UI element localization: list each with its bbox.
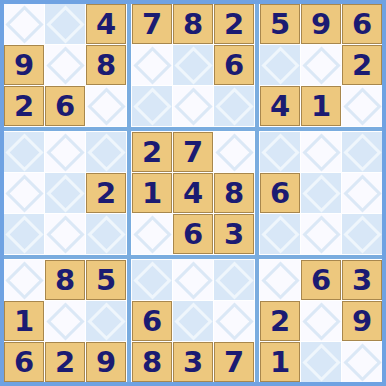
cell-r9c1: 6: [4, 342, 44, 382]
cell-r6c8[interactable]: [301, 214, 341, 254]
diamond-pattern-icon: [215, 302, 253, 340]
diamond-pattern-icon: [46, 133, 84, 171]
cell-r1c5: 8: [173, 4, 213, 44]
cell-r4c7[interactable]: [260, 132, 300, 172]
sudoku-board: 478259698622641272148663856316296298371: [0, 0, 386, 386]
cell-r5c3: 2: [86, 173, 126, 213]
diamond-pattern-icon: [343, 215, 381, 253]
cell-r3c7: 4: [260, 86, 300, 126]
cell-r5c8[interactable]: [301, 173, 341, 213]
diamond-pattern-icon: [261, 46, 299, 84]
diamond-pattern-icon: [87, 302, 125, 340]
cell-r2c1: 9: [4, 45, 44, 85]
cell-r1c8: 9: [301, 4, 341, 44]
cell-r7c1[interactable]: [4, 260, 44, 300]
diamond-pattern-icon: [133, 46, 171, 84]
cell-r3c3[interactable]: [86, 86, 126, 126]
diamond-pattern-icon: [87, 133, 125, 171]
cell-r9c6: 7: [214, 342, 254, 382]
diamond-pattern-icon: [133, 87, 171, 125]
cell-r9c7: 1: [260, 342, 300, 382]
cell-r9c9[interactable]: [342, 342, 382, 382]
diamond-pattern-icon: [46, 5, 84, 43]
diamond-pattern-icon: [133, 215, 171, 253]
cell-r2c3: 8: [86, 45, 126, 85]
cell-r4c2[interactable]: [45, 132, 85, 172]
diamond-pattern-icon: [343, 133, 381, 171]
diamond-pattern-icon: [87, 215, 125, 253]
cell-r2c8[interactable]: [301, 45, 341, 85]
cell-r7c7[interactable]: [260, 260, 300, 300]
cell-r6c3[interactable]: [86, 214, 126, 254]
cell-r2c6: 6: [214, 45, 254, 85]
cell-r4c4: 2: [132, 132, 172, 172]
cell-r5c4: 1: [132, 173, 172, 213]
cell-r9c4: 8: [132, 342, 172, 382]
cell-r7c5[interactable]: [173, 260, 213, 300]
cell-r4c3[interactable]: [86, 132, 126, 172]
cell-r2c2[interactable]: [45, 45, 85, 85]
diamond-pattern-icon: [302, 133, 340, 171]
cell-r8c9: 9: [342, 301, 382, 341]
cell-r8c6[interactable]: [214, 301, 254, 341]
diamond-pattern-icon: [215, 133, 253, 171]
box-separator-vertical-1: [127, 4, 131, 382]
cell-r3c2: 6: [45, 86, 85, 126]
cell-r7c4[interactable]: [132, 260, 172, 300]
cell-r5c5: 4: [173, 173, 213, 213]
cell-r8c7: 2: [260, 301, 300, 341]
cell-r7c9: 3: [342, 260, 382, 300]
box-separator-horizontal-2: [4, 255, 382, 259]
cell-r3c8: 1: [301, 86, 341, 126]
diamond-pattern-icon: [46, 46, 84, 84]
cell-r7c8: 6: [301, 260, 341, 300]
cell-r4c1[interactable]: [4, 132, 44, 172]
cell-r8c4: 6: [132, 301, 172, 341]
diamond-pattern-icon: [302, 343, 340, 381]
diamond-pattern-icon: [343, 174, 381, 212]
cell-r1c9: 6: [342, 4, 382, 44]
diamond-pattern-icon: [174, 87, 212, 125]
cell-r3c6[interactable]: [214, 86, 254, 126]
cell-r3c1: 2: [4, 86, 44, 126]
cell-r5c9[interactable]: [342, 173, 382, 213]
cell-r5c2[interactable]: [45, 173, 85, 213]
diamond-pattern-icon: [174, 46, 212, 84]
cell-r1c2[interactable]: [45, 4, 85, 44]
cell-r2c5[interactable]: [173, 45, 213, 85]
cell-r6c2[interactable]: [45, 214, 85, 254]
diamond-pattern-icon: [302, 46, 340, 84]
cell-r6c1[interactable]: [4, 214, 44, 254]
cell-r6c9[interactable]: [342, 214, 382, 254]
diamond-pattern-icon: [46, 215, 84, 253]
cell-r5c7: 6: [260, 173, 300, 213]
cell-r9c8[interactable]: [301, 342, 341, 382]
cell-r6c7[interactable]: [260, 214, 300, 254]
cell-r6c4[interactable]: [132, 214, 172, 254]
diamond-pattern-icon: [261, 261, 299, 299]
cell-r4c8[interactable]: [301, 132, 341, 172]
cell-r7c6[interactable]: [214, 260, 254, 300]
diamond-pattern-icon: [5, 5, 43, 43]
cell-r6c6: 3: [214, 214, 254, 254]
cell-r4c9[interactable]: [342, 132, 382, 172]
diamond-pattern-icon: [302, 174, 340, 212]
cell-r6c5: 6: [173, 214, 213, 254]
diamond-pattern-icon: [174, 261, 212, 299]
cell-r2c9: 2: [342, 45, 382, 85]
diamond-pattern-icon: [46, 174, 84, 212]
diamond-pattern-icon: [174, 302, 212, 340]
cell-r7c2: 8: [45, 260, 85, 300]
diamond-pattern-icon: [261, 133, 299, 171]
cell-r1c7: 5: [260, 4, 300, 44]
cell-r8c1: 1: [4, 301, 44, 341]
cell-r1c1[interactable]: [4, 4, 44, 44]
cell-r2c7[interactable]: [260, 45, 300, 85]
diamond-pattern-icon: [215, 87, 253, 125]
diamond-pattern-icon: [343, 343, 381, 381]
diamond-pattern-icon: [5, 261, 43, 299]
diamond-pattern-icon: [302, 302, 340, 340]
box-separator-vertical-2: [255, 4, 259, 382]
cell-r9c3: 9: [86, 342, 126, 382]
diamond-pattern-icon: [215, 261, 253, 299]
diamond-pattern-icon: [5, 133, 43, 171]
cell-r5c1[interactable]: [4, 173, 44, 213]
cell-r3c4[interactable]: [132, 86, 172, 126]
cell-r1c4: 7: [132, 4, 172, 44]
cell-r7c3: 5: [86, 260, 126, 300]
diamond-pattern-icon: [302, 215, 340, 253]
cell-r1c6: 2: [214, 4, 254, 44]
diamond-pattern-icon: [133, 261, 171, 299]
cell-r3c9[interactable]: [342, 86, 382, 126]
diamond-pattern-icon: [46, 302, 84, 340]
cell-r4c6[interactable]: [214, 132, 254, 172]
diamond-pattern-icon: [261, 215, 299, 253]
cell-r8c8[interactable]: [301, 301, 341, 341]
diamond-pattern-icon: [87, 87, 125, 125]
cell-r1c3: 4: [86, 4, 126, 44]
cell-r5c6: 8: [214, 173, 254, 213]
cell-r8c3[interactable]: [86, 301, 126, 341]
cell-r9c5: 3: [173, 342, 213, 382]
cell-r8c2[interactable]: [45, 301, 85, 341]
diamond-pattern-icon: [5, 215, 43, 253]
cell-r3c5[interactable]: [173, 86, 213, 126]
diamond-pattern-icon: [343, 87, 381, 125]
box-separator-horizontal-1: [4, 127, 382, 131]
cell-r4c5: 7: [173, 132, 213, 172]
cell-r2c4[interactable]: [132, 45, 172, 85]
cell-r9c2: 2: [45, 342, 85, 382]
diamond-pattern-icon: [5, 174, 43, 212]
cell-r8c5[interactable]: [173, 301, 213, 341]
